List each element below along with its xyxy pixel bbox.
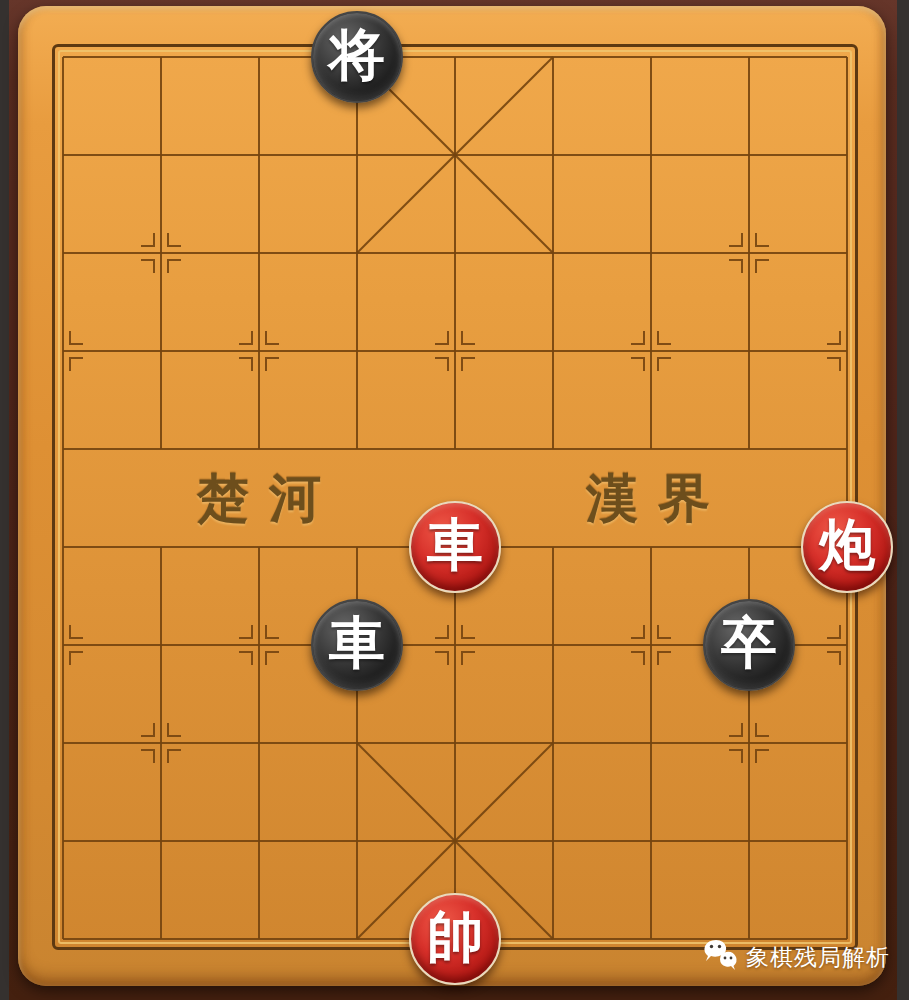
piece-red-chariot[interactable]: 車 <box>409 501 501 593</box>
pieces-layer: 将車炮車卒帥 <box>0 0 909 1000</box>
piece-black-chariot[interactable]: 車 <box>311 599 403 691</box>
piece-glyph-black-soldier: 卒 <box>721 615 777 671</box>
piece-glyph-black-general: 将 <box>329 27 385 83</box>
piece-glyph-red-chariot: 車 <box>427 517 483 573</box>
piece-glyph-red-general: 帥 <box>427 909 483 965</box>
piece-red-general[interactable]: 帥 <box>409 893 501 985</box>
piece-red-cannon[interactable]: 炮 <box>801 501 893 593</box>
piece-black-general[interactable]: 将 <box>311 11 403 103</box>
piece-glyph-black-chariot: 車 <box>329 615 385 671</box>
xiangqi-board-screen: 楚河 漢界 将車炮車卒帥 象棋残局解析 <box>0 0 909 1000</box>
wechat-icon <box>700 937 740 977</box>
watermark-text: 象棋残局解析 <box>746 942 890 973</box>
piece-glyph-red-cannon: 炮 <box>819 517 875 573</box>
piece-black-soldier[interactable]: 卒 <box>703 599 795 691</box>
watermark: 象棋残局解析 <box>700 934 890 980</box>
